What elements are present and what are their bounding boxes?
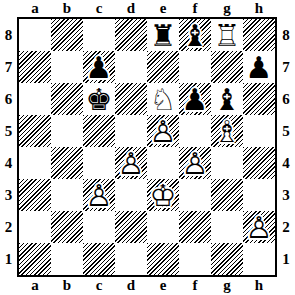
square-d8[interactable] (115, 19, 147, 51)
rank-labels-right: 87654321 (277, 19, 295, 275)
piece-black-bishop: ♝ (211, 83, 243, 115)
square-b6[interactable] (51, 83, 83, 115)
file-labels-bottom: abcdefgh (19, 276, 275, 295)
square-b2[interactable] (51, 211, 83, 243)
square-b5[interactable] (51, 115, 83, 147)
rank-label-1: 1 (5, 252, 13, 267)
square-a4[interactable] (19, 147, 51, 179)
file-label-e: e (160, 278, 167, 293)
rank-label-7: 7 (5, 60, 13, 75)
square-d7[interactable] (115, 51, 147, 83)
square-g6[interactable]: ♝♝ (211, 83, 243, 115)
file-label-g: g (223, 278, 231, 293)
square-d1[interactable] (115, 243, 147, 275)
square-g7[interactable] (211, 51, 243, 83)
file-label-d: d (127, 1, 135, 16)
square-e2[interactable] (147, 211, 179, 243)
square-g2[interactable] (211, 211, 243, 243)
file-label-b: b (63, 1, 71, 16)
file-label-f: f (193, 1, 198, 16)
square-c2[interactable] (83, 211, 115, 243)
square-a7[interactable] (19, 51, 51, 83)
piece-white-pawn: ♙ (179, 147, 211, 179)
square-c6[interactable]: ♚♚ (83, 83, 115, 115)
square-c4[interactable] (83, 147, 115, 179)
rank-label-8: 8 (282, 28, 290, 43)
rank-label-3: 3 (282, 188, 290, 203)
square-c1[interactable] (83, 243, 115, 275)
piece-white-pawn: ♙ (115, 147, 147, 179)
rank-label-2: 2 (5, 220, 13, 235)
rank-label-4: 4 (282, 156, 290, 171)
piece-white-bishop: ♗ (211, 115, 243, 147)
piece-black-king: ♚ (83, 83, 115, 115)
rank-label-6: 6 (5, 92, 13, 107)
square-f2[interactable] (179, 211, 211, 243)
square-f7[interactable] (179, 51, 211, 83)
square-e1[interactable] (147, 243, 179, 275)
piece-black-rook: ♜ (147, 19, 179, 51)
piece-white-knight: ♘ (147, 83, 179, 115)
square-b7[interactable] (51, 51, 83, 83)
square-f1[interactable] (179, 243, 211, 275)
piece-black-bishop: ♝ (179, 19, 211, 51)
square-a3[interactable] (19, 179, 51, 211)
file-label-b: b (63, 278, 71, 293)
rank-label-2: 2 (282, 220, 290, 235)
square-a1[interactable] (19, 243, 51, 275)
square-a8[interactable] (19, 19, 51, 51)
square-b1[interactable] (51, 243, 83, 275)
rank-label-5: 5 (5, 124, 13, 139)
square-g5[interactable]: ♝♗ (211, 115, 243, 147)
square-a6[interactable] (19, 83, 51, 115)
square-g8[interactable]: ♜♖ (211, 19, 243, 51)
file-label-e: e (160, 1, 167, 16)
piece-white-pawn: ♙ (83, 179, 115, 211)
square-b4[interactable] (51, 147, 83, 179)
file-label-c: c (96, 278, 103, 293)
chess-board: ♜♜♝♝♜♖♟♟♟♟♚♚♞♘♟♟♝♝♟♙♝♗♟♙♟♙♟♙♚♔♟♙ (17, 17, 277, 277)
piece-black-pawn: ♟ (243, 51, 275, 83)
square-g1[interactable] (211, 243, 243, 275)
square-f8[interactable]: ♝♝ (179, 19, 211, 51)
square-h3[interactable] (243, 179, 275, 211)
square-a5[interactable] (19, 115, 51, 147)
file-label-d: d (127, 278, 135, 293)
piece-black-pawn: ♟ (179, 83, 211, 115)
chess-diagram: abcdefgh 87654321 ♜♜♝♝♜♖♟♟♟♟♚♚♞♘♟♟♝♝♟♙♝♗… (0, 0, 295, 295)
piece-white-king: ♔ (147, 179, 179, 211)
square-h1[interactable] (243, 243, 275, 275)
square-c5[interactable] (83, 115, 115, 147)
rank-label-3: 3 (5, 188, 13, 203)
rank-label-8: 8 (5, 28, 13, 43)
file-label-h: h (255, 278, 263, 293)
square-d6[interactable] (115, 83, 147, 115)
square-c7[interactable]: ♟♟ (83, 51, 115, 83)
square-h2[interactable]: ♟♙ (243, 211, 275, 243)
square-h7[interactable]: ♟♟ (243, 51, 275, 83)
piece-white-rook: ♖ (211, 19, 243, 51)
square-c3[interactable]: ♟♙ (83, 179, 115, 211)
file-label-f: f (193, 278, 198, 293)
rank-labels-left: 87654321 (0, 19, 17, 275)
file-label-h: h (255, 1, 263, 16)
square-a2[interactable] (19, 211, 51, 243)
square-h6[interactable] (243, 83, 275, 115)
square-c8[interactable] (83, 19, 115, 51)
square-e7[interactable] (147, 51, 179, 83)
file-label-c: c (96, 1, 103, 16)
rank-label-6: 6 (282, 92, 290, 107)
piece-white-pawn: ♙ (243, 211, 275, 243)
piece-white-pawn: ♙ (147, 115, 179, 147)
square-b8[interactable] (51, 19, 83, 51)
square-e4[interactable] (147, 147, 179, 179)
square-d5[interactable] (115, 115, 147, 147)
square-d4[interactable]: ♟♙ (115, 147, 147, 179)
square-f3[interactable] (179, 179, 211, 211)
piece-black-pawn: ♟ (83, 51, 115, 83)
file-label-a: a (31, 278, 39, 293)
square-b3[interactable] (51, 179, 83, 211)
square-d2[interactable] (115, 211, 147, 243)
square-h8[interactable] (243, 19, 275, 51)
square-e6[interactable]: ♞♘ (147, 83, 179, 115)
square-h4[interactable] (243, 147, 275, 179)
file-labels-top: abcdefgh (19, 0, 275, 17)
square-g3[interactable] (211, 179, 243, 211)
file-label-g: g (223, 1, 231, 16)
rank-label-5: 5 (282, 124, 290, 139)
square-f4[interactable]: ♟♙ (179, 147, 211, 179)
square-h5[interactable] (243, 115, 275, 147)
square-d3[interactable] (115, 179, 147, 211)
rank-label-1: 1 (282, 252, 290, 267)
square-e5[interactable]: ♟♙ (147, 115, 179, 147)
square-f5[interactable] (179, 115, 211, 147)
square-f6[interactable]: ♟♟ (179, 83, 211, 115)
square-e3[interactable]: ♚♔ (147, 179, 179, 211)
rank-label-7: 7 (282, 60, 290, 75)
rank-label-4: 4 (5, 156, 13, 171)
square-g4[interactable] (211, 147, 243, 179)
square-e8[interactable]: ♜♜ (147, 19, 179, 51)
file-label-a: a (31, 1, 39, 16)
